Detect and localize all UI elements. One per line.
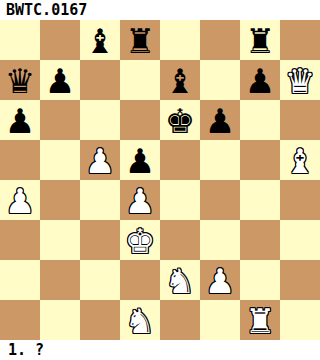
square-b8[interactable] xyxy=(40,20,80,60)
piece-white-pawn[interactable]: ♟ xyxy=(5,180,35,220)
piece-black-bishop[interactable]: ♝ xyxy=(165,60,195,100)
piece-black-pawn[interactable]: ♟ xyxy=(245,60,275,100)
square-a8[interactable] xyxy=(0,20,40,60)
piece-black-queen[interactable]: ♛ xyxy=(5,60,35,100)
piece-white-knight[interactable]: ♞ xyxy=(165,260,195,300)
square-a1[interactable] xyxy=(0,300,40,340)
square-c4[interactable] xyxy=(80,180,120,220)
piece-white-knight[interactable]: ♞ xyxy=(125,300,155,340)
square-c6[interactable] xyxy=(80,100,120,140)
piece-white-rook[interactable]: ♜ xyxy=(245,300,275,340)
square-f3[interactable] xyxy=(200,220,240,260)
square-d1[interactable]: ♞ xyxy=(120,300,160,340)
piece-black-rook[interactable]: ♜ xyxy=(125,20,155,60)
square-b5[interactable] xyxy=(40,140,80,180)
square-a7[interactable]: ♛ xyxy=(0,60,40,100)
square-c8[interactable]: ♝ xyxy=(80,20,120,60)
square-d5[interactable]: ♟ xyxy=(120,140,160,180)
square-e4[interactable] xyxy=(160,180,200,220)
square-b3[interactable] xyxy=(40,220,80,260)
piece-white-pawn[interactable]: ♟ xyxy=(85,140,115,180)
square-g5[interactable] xyxy=(240,140,280,180)
square-d7[interactable] xyxy=(120,60,160,100)
square-g8[interactable]: ♜ xyxy=(240,20,280,60)
square-f8[interactable] xyxy=(200,20,240,60)
square-e7[interactable]: ♝ xyxy=(160,60,200,100)
square-h3[interactable] xyxy=(280,220,320,260)
square-a4[interactable]: ♟ xyxy=(0,180,40,220)
square-a2[interactable] xyxy=(0,260,40,300)
square-g3[interactable] xyxy=(240,220,280,260)
square-d3[interactable]: ♚ xyxy=(120,220,160,260)
square-f2[interactable]: ♟ xyxy=(200,260,240,300)
square-f1[interactable] xyxy=(200,300,240,340)
piece-white-king[interactable]: ♚ xyxy=(125,220,155,260)
square-g1[interactable]: ♜ xyxy=(240,300,280,340)
piece-black-pawn[interactable]: ♟ xyxy=(205,100,235,140)
square-c3[interactable] xyxy=(80,220,120,260)
piece-black-king[interactable]: ♚ xyxy=(165,100,195,140)
move-prompt: 1. ? xyxy=(8,340,44,360)
square-e5[interactable] xyxy=(160,140,200,180)
square-g4[interactable] xyxy=(240,180,280,220)
square-h5[interactable]: ♝ xyxy=(280,140,320,180)
square-b2[interactable] xyxy=(40,260,80,300)
piece-black-bishop[interactable]: ♝ xyxy=(85,20,115,60)
square-d8[interactable]: ♜ xyxy=(120,20,160,60)
title-bar: BWTC.0167 xyxy=(0,0,320,20)
square-a5[interactable] xyxy=(0,140,40,180)
piece-white-queen[interactable]: ♛ xyxy=(285,60,315,100)
square-h7[interactable]: ♛ xyxy=(280,60,320,100)
square-a6[interactable]: ♟ xyxy=(0,100,40,140)
chess-board: ♝♜♜♛♟♝♟♛♟♚♟♟♟♝♟♟♚♞♟♞♜ xyxy=(0,20,320,340)
square-h8[interactable] xyxy=(280,20,320,60)
square-a3[interactable] xyxy=(0,220,40,260)
square-c7[interactable] xyxy=(80,60,120,100)
piece-white-bishop[interactable]: ♝ xyxy=(285,140,315,180)
square-b1[interactable] xyxy=(40,300,80,340)
square-b4[interactable] xyxy=(40,180,80,220)
square-f6[interactable]: ♟ xyxy=(200,100,240,140)
puzzle-window: BWTC.0167 ♝♜♜♛♟♝♟♛♟♚♟♟♟♝♟♟♚♞♟♞♜ 1. ? xyxy=(0,0,320,360)
square-g6[interactable] xyxy=(240,100,280,140)
piece-white-pawn[interactable]: ♟ xyxy=(205,260,235,300)
square-g2[interactable] xyxy=(240,260,280,300)
square-d2[interactable] xyxy=(120,260,160,300)
square-b6[interactable] xyxy=(40,100,80,140)
square-c1[interactable] xyxy=(80,300,120,340)
piece-white-pawn[interactable]: ♟ xyxy=(125,180,155,220)
square-e1[interactable] xyxy=(160,300,200,340)
square-h1[interactable] xyxy=(280,300,320,340)
square-f4[interactable] xyxy=(200,180,240,220)
square-c2[interactable] xyxy=(80,260,120,300)
square-h2[interactable] xyxy=(280,260,320,300)
square-e3[interactable] xyxy=(160,220,200,260)
square-f7[interactable] xyxy=(200,60,240,100)
square-c5[interactable]: ♟ xyxy=(80,140,120,180)
piece-black-pawn[interactable]: ♟ xyxy=(125,140,155,180)
square-h4[interactable] xyxy=(280,180,320,220)
square-d6[interactable] xyxy=(120,100,160,140)
piece-black-rook[interactable]: ♜ xyxy=(245,20,275,60)
puzzle-id: BWTC.0167 xyxy=(6,0,87,20)
square-f5[interactable] xyxy=(200,140,240,180)
prompt-bar: 1. ? xyxy=(0,340,320,360)
square-h6[interactable] xyxy=(280,100,320,140)
piece-black-pawn[interactable]: ♟ xyxy=(45,60,75,100)
square-g7[interactable]: ♟ xyxy=(240,60,280,100)
square-e6[interactable]: ♚ xyxy=(160,100,200,140)
square-d4[interactable]: ♟ xyxy=(120,180,160,220)
square-b7[interactable]: ♟ xyxy=(40,60,80,100)
square-e2[interactable]: ♞ xyxy=(160,260,200,300)
piece-black-pawn[interactable]: ♟ xyxy=(5,100,35,140)
square-e8[interactable] xyxy=(160,20,200,60)
